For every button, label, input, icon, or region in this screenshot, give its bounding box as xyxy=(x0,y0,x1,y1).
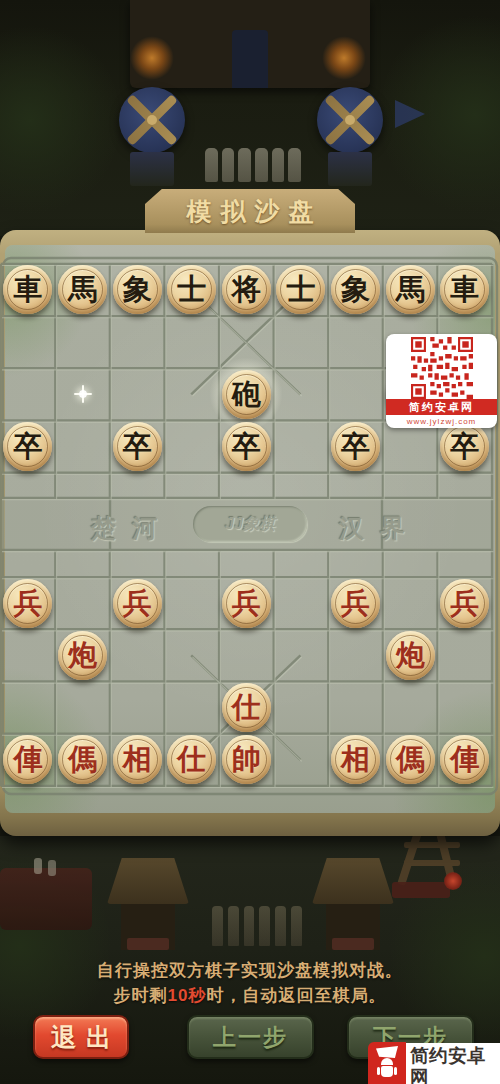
board-cell[interactable] xyxy=(1,681,56,733)
windmill-hub xyxy=(345,115,355,125)
xiangqi-piece-black[interactable]: 馬 xyxy=(386,265,435,314)
board-cell[interactable]: 帥 xyxy=(219,734,274,786)
windmill-tent xyxy=(317,87,383,153)
board-cell[interactable] xyxy=(164,577,219,629)
board-cell[interactable] xyxy=(164,525,219,577)
xiangqi-piece-red[interactable]: 兵 xyxy=(440,579,489,628)
piece-character: 傌 xyxy=(396,745,425,774)
xiangqi-piece-red[interactable]: 傌 xyxy=(58,735,107,784)
app-screen: 模拟沙盘 xyxy=(0,0,500,1084)
xiangqi-piece-black[interactable]: 士 xyxy=(276,265,325,314)
board-cell[interactable] xyxy=(110,629,165,681)
xiangqi-piece-red[interactable]: 俥 xyxy=(3,735,52,784)
board-cell[interactable]: 傌 xyxy=(55,734,110,786)
wooden-beam xyxy=(392,882,450,898)
qr-watermark: 简约安卓网 www.jylzwj.com xyxy=(386,334,497,428)
board-cell[interactable] xyxy=(1,473,56,525)
wagon-posts xyxy=(34,858,42,874)
board-cell[interactable]: 相 xyxy=(110,734,165,786)
board-cell[interactable]: 砲 xyxy=(219,368,274,420)
xiangqi-piece-black[interactable]: 将 xyxy=(222,265,271,314)
board-cell[interactable]: 兵 xyxy=(437,577,492,629)
board-cell[interactable] xyxy=(437,525,492,577)
piece-character: 相 xyxy=(341,745,370,774)
board-cell[interactable] xyxy=(437,681,492,733)
piece-character: 仕 xyxy=(232,693,261,722)
board-cell[interactable] xyxy=(164,681,219,733)
board-cell[interactable] xyxy=(1,368,56,420)
board-cell[interactable]: 車 xyxy=(437,264,492,316)
piece-character: 兵 xyxy=(232,589,261,618)
board-cell[interactable]: 炮 xyxy=(383,629,438,681)
xiangqi-piece-red[interactable]: 兵 xyxy=(331,579,380,628)
pavilion-roof xyxy=(312,858,394,904)
board-cell[interactable]: 将 xyxy=(219,264,274,316)
board-cell[interactable] xyxy=(55,525,110,577)
board-cell[interactable] xyxy=(219,473,274,525)
torch-glow-icon xyxy=(322,36,366,80)
android-logo-box xyxy=(368,1042,406,1084)
piece-character: 炮 xyxy=(68,641,97,670)
xiangqi-piece-red[interactable]: 俥 xyxy=(440,735,489,784)
piece-character: 帥 xyxy=(232,745,261,774)
board-cell[interactable]: 兵 xyxy=(219,577,274,629)
xiangqi-piece-red[interactable]: 兵 xyxy=(3,579,52,628)
pavilion-tent xyxy=(318,858,388,950)
board-cell[interactable] xyxy=(1,525,56,577)
previous-step-button[interactable]: 上一步 xyxy=(187,1015,314,1059)
timer-highlight: 10秒 xyxy=(168,986,207,1005)
board-cell[interactable] xyxy=(383,577,438,629)
board-cell[interactable] xyxy=(55,577,110,629)
blue-flag xyxy=(395,100,425,128)
fortress-door xyxy=(232,30,268,88)
board-cell[interactable] xyxy=(328,525,383,577)
piece-character: 兵 xyxy=(450,589,479,618)
piece-character: 象 xyxy=(123,275,152,304)
board-cell[interactable] xyxy=(110,316,165,368)
board-cell[interactable]: 兵 xyxy=(1,577,56,629)
qr-watermark-site: 简约安卓网 xyxy=(386,399,497,415)
piece-character: 車 xyxy=(13,275,42,304)
board-cell[interactable] xyxy=(383,473,438,525)
board-cell[interactable] xyxy=(164,629,219,681)
board-cell[interactable] xyxy=(383,420,438,472)
piece-character: 俥 xyxy=(450,745,479,774)
xiangqi-piece-black[interactable]: 砲 xyxy=(222,370,271,419)
tip-line-2: 步时剩10秒时，自动返回至棋局。 xyxy=(0,984,500,1007)
board-cell[interactable]: 卒 xyxy=(328,420,383,472)
board-cell[interactable] xyxy=(1,316,56,368)
tree-silhouette xyxy=(0,20,120,220)
piece-character: 卒 xyxy=(450,432,479,461)
android-robot-icon xyxy=(375,1058,399,1080)
xiangqi-piece-black[interactable]: 卒 xyxy=(222,422,271,471)
board-cell[interactable]: 馬 xyxy=(55,264,110,316)
piece-character: 士 xyxy=(177,275,206,304)
board-cell[interactable] xyxy=(55,473,110,525)
xiangqi-piece-black[interactable]: 卒 xyxy=(113,422,162,471)
piece-character: 象 xyxy=(341,275,370,304)
windmill-tent xyxy=(119,87,185,153)
board-cell[interactable]: 卒 xyxy=(437,420,492,472)
board-cell[interactable]: 卒 xyxy=(1,420,56,472)
board-cell[interactable]: 士 xyxy=(164,264,219,316)
board-cell[interactable] xyxy=(110,681,165,733)
xiangqi-piece-black[interactable]: 車 xyxy=(3,265,52,314)
piece-character: 卒 xyxy=(123,432,152,461)
xiangqi-piece-black[interactable]: 象 xyxy=(331,265,380,314)
board-cell[interactable]: 炮 xyxy=(55,629,110,681)
xiangqi-piece-red[interactable]: 相 xyxy=(113,735,162,784)
xiangqi-piece-red[interactable]: 帥 xyxy=(222,735,271,784)
exit-button[interactable]: 退出 xyxy=(33,1015,129,1059)
xiangqi-piece-red[interactable]: 兵 xyxy=(113,579,162,628)
board-cell[interactable] xyxy=(274,577,329,629)
xiangqi-piece-black[interactable]: 卒 xyxy=(440,422,489,471)
piece-character: 仕 xyxy=(177,745,206,774)
xiangqi-piece-red[interactable]: 炮 xyxy=(386,631,435,680)
board-cell[interactable]: 傌 xyxy=(383,734,438,786)
red-lantern-icon xyxy=(444,872,462,890)
board-cell[interactable] xyxy=(55,316,110,368)
site-badge-watermark: 简约安卓网 www.jylzwj.com xyxy=(368,1042,500,1084)
xiangqi-piece-red[interactable]: 仕 xyxy=(222,683,271,732)
board-cell[interactable]: 相 xyxy=(328,734,383,786)
xiangqi-piece-black[interactable]: 卒 xyxy=(3,422,52,471)
board-cell[interactable] xyxy=(328,681,383,733)
board-cell[interactable] xyxy=(55,681,110,733)
xiangqi-piece-black[interactable]: 馬 xyxy=(58,265,107,314)
piece-character: 将 xyxy=(232,275,261,304)
xiangqi-piece-black[interactable]: 車 xyxy=(440,265,489,314)
board-cell[interactable]: 卒 xyxy=(110,420,165,472)
xiangqi-piece-red[interactable]: 仕 xyxy=(167,735,216,784)
piece-character: 兵 xyxy=(341,589,370,618)
board-cell[interactable] xyxy=(437,473,492,525)
piece-character: 車 xyxy=(450,275,479,304)
board-cell[interactable] xyxy=(274,473,329,525)
board-cell[interactable] xyxy=(383,525,438,577)
torch-glow-icon xyxy=(130,36,174,80)
pavilion-tent xyxy=(113,858,183,950)
pavilion-roof xyxy=(107,858,189,904)
board-cell[interactable] xyxy=(274,629,329,681)
piece-character: 卒 xyxy=(13,432,42,461)
board-cell[interactable] xyxy=(110,368,165,420)
ribbon-icon xyxy=(376,1046,398,1058)
piece-character: 俥 xyxy=(13,745,42,774)
board-cell[interactable]: 象 xyxy=(110,264,165,316)
badge-site-name: 简约安卓网 xyxy=(410,1045,500,1084)
board-cell[interactable] xyxy=(274,525,329,577)
board-cell[interactable] xyxy=(219,525,274,577)
board-cell[interactable]: 仕 xyxy=(219,681,274,733)
move-sparkle-icon xyxy=(74,385,92,403)
xiangqi-piece-red[interactable]: 相 xyxy=(331,735,380,784)
board-cell[interactable] xyxy=(219,629,274,681)
xiangqi-piece-black[interactable]: 士 xyxy=(167,265,216,314)
banner-stones xyxy=(205,148,301,182)
board-cell[interactable]: 馬 xyxy=(383,264,438,316)
piece-character: 馬 xyxy=(68,275,97,304)
board-cell[interactable] xyxy=(55,368,110,420)
board-cell[interactable]: 兵 xyxy=(110,577,165,629)
piece-character: 馬 xyxy=(396,275,425,304)
supply-wagon xyxy=(0,868,92,930)
board-cell[interactable]: 兵 xyxy=(328,577,383,629)
xiangqi-piece-black[interactable]: 卒 xyxy=(331,422,380,471)
qr-watermark-url: www.jylzwj.com xyxy=(386,415,497,428)
board-cell[interactable] xyxy=(328,316,383,368)
board-cell[interactable] xyxy=(328,629,383,681)
xiangqi-piece-red[interactable]: 傌 xyxy=(386,735,435,784)
board-cell[interactable]: 車 xyxy=(1,264,56,316)
badge-text-box: 简约安卓网 www.jylzwj.com xyxy=(406,1043,500,1084)
board-cell[interactable] xyxy=(110,525,165,577)
piece-character: 炮 xyxy=(396,641,425,670)
board-cell[interactable]: 仕 xyxy=(164,734,219,786)
board-cell[interactable] xyxy=(328,473,383,525)
page-title: 模拟沙盘 xyxy=(178,195,323,228)
board-cell[interactable] xyxy=(437,629,492,681)
piece-character: 兵 xyxy=(13,589,42,618)
sandbag-row xyxy=(212,906,302,946)
board-cell[interactable]: 士 xyxy=(274,264,329,316)
title-banner: 模拟沙盘 xyxy=(145,189,355,233)
qr-code-icon xyxy=(411,337,473,399)
piece-character: 士 xyxy=(286,275,315,304)
tip-line-1: 自行操控双方棋子实现沙盘模拟对战。 xyxy=(0,959,500,982)
board-cell[interactable] xyxy=(110,473,165,525)
board-cell[interactable] xyxy=(383,681,438,733)
piece-character: 相 xyxy=(123,745,152,774)
windmill-pedestal xyxy=(328,152,372,186)
pavilion-base xyxy=(127,938,169,950)
board-cell[interactable]: 象 xyxy=(328,264,383,316)
piece-character: 卒 xyxy=(232,432,261,461)
windmill-pedestal xyxy=(130,152,174,186)
board-cell[interactable] xyxy=(1,629,56,681)
xiangqi-piece-red[interactable]: 兵 xyxy=(222,579,271,628)
xiangqi-piece-black[interactable]: 象 xyxy=(113,265,162,314)
piece-character: 卒 xyxy=(341,432,370,461)
board-cell[interactable]: 俥 xyxy=(1,734,56,786)
board-cell[interactable] xyxy=(274,681,329,733)
xiangqi-piece-red[interactable]: 炮 xyxy=(58,631,107,680)
piece-character: 砲 xyxy=(232,380,261,409)
board-cell[interactable] xyxy=(274,734,329,786)
windmill-hub xyxy=(147,115,157,125)
board-cell[interactable] xyxy=(328,368,383,420)
board-cell[interactable] xyxy=(164,473,219,525)
board-cell[interactable] xyxy=(55,420,110,472)
pavilion-base xyxy=(332,938,374,950)
piece-character: 兵 xyxy=(123,589,152,618)
board-cell[interactable]: 俥 xyxy=(437,734,492,786)
piece-character: 傌 xyxy=(68,745,97,774)
